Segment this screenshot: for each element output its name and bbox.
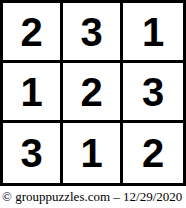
cell-r3c2: 1 — [63, 123, 123, 183]
cell-r2c2: 2 — [63, 63, 123, 123]
puzzle-page: 231123312 © grouppuzzles.com – 12/29/202… — [0, 0, 186, 208]
cell-r1c2: 3 — [63, 3, 123, 63]
tictac-board: 231123312 — [0, 0, 186, 186]
cell-r3c3: 2 — [123, 123, 183, 183]
cell-r2c1: 1 — [3, 63, 63, 123]
copyright-credit: © grouppuzzles.com – 12/29/2020 — [0, 186, 186, 208]
cell-r1c1: 2 — [3, 3, 63, 63]
cell-r2c3: 3 — [123, 63, 183, 123]
cell-r1c3: 1 — [123, 3, 183, 63]
cell-r3c1: 3 — [3, 123, 63, 183]
